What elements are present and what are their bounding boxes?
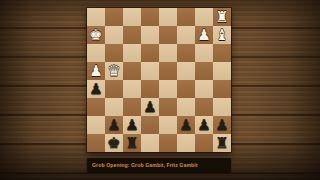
square-d1 <box>141 134 159 152</box>
piece-black-pawn-f2: ♟ <box>177 116 195 134</box>
thumbnail-root: ♜♚♟♝♟♛♟♟♟♟♟♟♟♚♜♜ Grob Opening: Grob Gamb… <box>0 0 320 180</box>
square-e5 <box>159 62 177 80</box>
chess-board: ♜♚♟♝♟♛♟♟♟♟♟♟♟♚♜♜ <box>87 8 231 152</box>
square-g1 <box>195 134 213 152</box>
square-d6 <box>141 44 159 62</box>
piece-black-pawn-h2: ♟ <box>213 116 231 134</box>
square-c1: ♜ <box>123 134 141 152</box>
square-f5 <box>177 62 195 80</box>
piece-black-pawn-a4: ♟ <box>87 80 105 98</box>
square-f4 <box>177 80 195 98</box>
square-g6 <box>195 44 213 62</box>
square-b3 <box>105 98 123 116</box>
square-c8 <box>123 8 141 26</box>
piece-white-bishop-h7: ♝ <box>213 26 231 44</box>
piece-black-king-b1: ♚ <box>105 134 123 152</box>
square-b8 <box>105 8 123 26</box>
square-f1 <box>177 134 195 152</box>
square-f2: ♟ <box>177 116 195 134</box>
square-c2: ♟ <box>123 116 141 134</box>
square-e3 <box>159 98 177 116</box>
square-g3 <box>195 98 213 116</box>
square-h4 <box>213 80 231 98</box>
square-a4: ♟ <box>87 80 105 98</box>
square-d2 <box>141 116 159 134</box>
square-h2: ♟ <box>213 116 231 134</box>
square-e2 <box>159 116 177 134</box>
square-b7 <box>105 26 123 44</box>
square-e8 <box>159 8 177 26</box>
square-f6 <box>177 44 195 62</box>
square-g2: ♟ <box>195 116 213 134</box>
opening-caption: Grob Opening: Grob Gambit, Fritz Gambit <box>92 162 198 167</box>
square-a3 <box>87 98 105 116</box>
square-e7 <box>159 26 177 44</box>
square-d4 <box>141 80 159 98</box>
square-d8 <box>141 8 159 26</box>
square-f3 <box>177 98 195 116</box>
square-c6 <box>123 44 141 62</box>
piece-white-pawn-a5: ♟ <box>87 62 105 80</box>
square-a8 <box>87 8 105 26</box>
square-h7: ♝ <box>213 26 231 44</box>
square-b1: ♚ <box>105 134 123 152</box>
piece-black-pawn-b2: ♟ <box>105 116 123 134</box>
square-a6 <box>87 44 105 62</box>
piece-white-pawn-g7: ♟ <box>195 26 213 44</box>
square-e6 <box>159 44 177 62</box>
square-a7: ♚ <box>87 26 105 44</box>
square-c5 <box>123 62 141 80</box>
square-h1: ♜ <box>213 134 231 152</box>
square-h8: ♜ <box>213 8 231 26</box>
square-b4 <box>105 80 123 98</box>
square-e4 <box>159 80 177 98</box>
square-h3 <box>213 98 231 116</box>
piece-black-pawn-d3: ♟ <box>141 98 159 116</box>
square-g7: ♟ <box>195 26 213 44</box>
square-c3 <box>123 98 141 116</box>
piece-black-rook-h1: ♜ <box>213 134 231 152</box>
piece-black-pawn-c2: ♟ <box>123 116 141 134</box>
piece-white-queen-b5: ♛ <box>105 62 123 80</box>
square-b6 <box>105 44 123 62</box>
square-h6 <box>213 44 231 62</box>
square-g5 <box>195 62 213 80</box>
square-b5: ♛ <box>105 62 123 80</box>
opening-caption-bar: Grob Opening: Grob Gambit, Fritz Gambit <box>87 158 231 172</box>
square-h5 <box>213 62 231 80</box>
piece-white-rook-h8: ♜ <box>213 8 231 26</box>
square-a2 <box>87 116 105 134</box>
square-d5 <box>141 62 159 80</box>
square-b2: ♟ <box>105 116 123 134</box>
square-a5: ♟ <box>87 62 105 80</box>
square-d3: ♟ <box>141 98 159 116</box>
square-c4 <box>123 80 141 98</box>
square-g4 <box>195 80 213 98</box>
square-g8 <box>195 8 213 26</box>
square-d7 <box>141 26 159 44</box>
square-e1 <box>159 134 177 152</box>
piece-white-king-a7: ♚ <box>87 26 105 44</box>
square-a1 <box>87 134 105 152</box>
square-f8 <box>177 8 195 26</box>
square-c7 <box>123 26 141 44</box>
piece-black-rook-c1: ♜ <box>123 134 141 152</box>
piece-black-pawn-g2: ♟ <box>195 116 213 134</box>
square-f7 <box>177 26 195 44</box>
